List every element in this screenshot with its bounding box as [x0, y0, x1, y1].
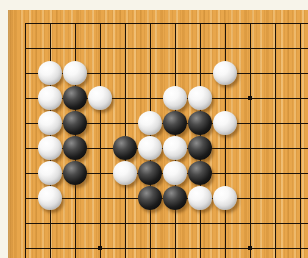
black-stone: [188, 161, 212, 185]
white-stone: [38, 111, 62, 135]
star-point: [248, 96, 252, 100]
white-stone: [38, 161, 62, 185]
black-stone: [138, 161, 162, 185]
go-board[interactable]: [8, 10, 308, 258]
white-stone: [213, 186, 237, 210]
black-stone: [63, 111, 87, 135]
white-stone: [163, 136, 187, 160]
black-stone: [188, 111, 212, 135]
white-stone: [213, 61, 237, 85]
white-stone: [38, 186, 62, 210]
black-stone: [163, 186, 187, 210]
black-stone: [138, 186, 162, 210]
white-stone: [163, 161, 187, 185]
white-stone: [188, 186, 212, 210]
white-stone: [38, 61, 62, 85]
black-stone: [113, 136, 137, 160]
white-stone: [138, 111, 162, 135]
white-stone: [88, 86, 112, 110]
white-stone: [38, 86, 62, 110]
star-point: [248, 246, 252, 250]
white-stone: [163, 86, 187, 110]
white-stone: [63, 61, 87, 85]
black-stone: [163, 111, 187, 135]
white-stone: [38, 136, 62, 160]
board-grid[interactable]: [25, 23, 308, 258]
white-stone: [113, 161, 137, 185]
go-app-window: [0, 0, 308, 258]
white-stone: [213, 111, 237, 135]
black-stone: [63, 161, 87, 185]
black-stone: [188, 136, 212, 160]
white-stone: [138, 136, 162, 160]
black-stone: [63, 136, 87, 160]
white-stone: [188, 86, 212, 110]
black-stone: [63, 86, 87, 110]
star-point: [98, 246, 102, 250]
